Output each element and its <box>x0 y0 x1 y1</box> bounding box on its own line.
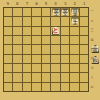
board-cell[interactable] <box>4 27 12 35</box>
board-cell[interactable] <box>70 83 78 91</box>
board-cell[interactable] <box>32 55 40 63</box>
board-cell[interactable] <box>32 73 40 81</box>
file-label: 3 <box>60 0 70 7</box>
board-cell[interactable] <box>80 45 88 53</box>
board-cell[interactable] <box>51 36 59 44</box>
board-cell[interactable] <box>23 64 31 72</box>
board-cell[interactable] <box>23 45 31 53</box>
board-cell[interactable] <box>32 83 40 91</box>
file-label: 5 <box>41 0 51 7</box>
board-cell[interactable] <box>80 83 88 91</box>
board-cell[interactable] <box>42 45 50 53</box>
rank-label: 四 <box>90 35 94 44</box>
board-cell[interactable] <box>61 36 69 44</box>
board-cell[interactable] <box>4 83 12 91</box>
board-cell[interactable] <box>4 17 12 25</box>
board-cell[interactable] <box>32 17 40 25</box>
board-cell[interactable] <box>51 17 59 25</box>
rank-label: 三 <box>90 26 94 35</box>
board-cell[interactable] <box>42 73 50 81</box>
board-cell[interactable] <box>13 27 21 35</box>
board-cell[interactable] <box>61 64 69 72</box>
board-cell[interactable] <box>23 36 31 44</box>
board-cell[interactable] <box>70 73 78 81</box>
board-cell[interactable] <box>61 45 69 53</box>
rank-label: 六 <box>90 54 94 63</box>
board-cell[interactable] <box>4 36 12 44</box>
board-cell[interactable] <box>80 27 88 35</box>
board-cell[interactable] <box>70 55 78 63</box>
file-labels: 987654321 <box>3 0 89 7</box>
board-cell[interactable] <box>70 45 78 53</box>
file-label: 1 <box>80 0 90 7</box>
board-cell[interactable] <box>13 8 21 16</box>
board-cell[interactable] <box>32 36 40 44</box>
board-cell[interactable] <box>42 83 50 91</box>
board-cell[interactable] <box>51 83 59 91</box>
board-cell[interactable] <box>42 8 50 16</box>
board-cell[interactable] <box>80 64 88 72</box>
rank-labels: 一二三四五六七八九 <box>90 7 94 92</box>
board-cell[interactable] <box>51 64 59 72</box>
board-cell[interactable] <box>32 8 40 16</box>
file-label: 2 <box>70 0 80 7</box>
board-cell[interactable] <box>80 73 88 81</box>
board-cell[interactable] <box>13 17 21 25</box>
file-label: 4 <box>51 0 61 7</box>
board-cell[interactable] <box>4 55 12 63</box>
board-cell[interactable] <box>23 17 31 25</box>
board-cell[interactable] <box>32 45 40 53</box>
board-cell[interactable] <box>13 45 21 53</box>
board-cell[interactable] <box>51 73 59 81</box>
board-cell[interactable] <box>61 17 69 25</box>
file-label: 7 <box>22 0 32 7</box>
board-cell[interactable] <box>42 36 50 44</box>
board-cell[interactable] <box>32 64 40 72</box>
rank-label: 七 <box>90 64 94 73</box>
board-cell[interactable] <box>13 73 21 81</box>
file-label: 6 <box>32 0 42 7</box>
board-cell[interactable] <box>42 17 50 25</box>
board-cell[interactable] <box>80 36 88 44</box>
board-cell[interactable] <box>23 83 31 91</box>
board-cell[interactable] <box>80 17 88 25</box>
board-cell[interactable] <box>61 55 69 63</box>
rank-label: 二 <box>90 16 94 25</box>
board-cell[interactable] <box>4 45 12 53</box>
board-cell[interactable] <box>4 8 12 16</box>
board-cell[interactable] <box>23 55 31 63</box>
board-cell[interactable] <box>23 8 31 16</box>
board-cell[interactable] <box>32 27 40 35</box>
board-cell[interactable] <box>13 83 21 91</box>
board-cell[interactable] <box>42 55 50 63</box>
board-cell[interactable] <box>61 83 69 91</box>
board-cell[interactable] <box>70 64 78 72</box>
board-cell[interactable] <box>4 73 12 81</box>
board-cell[interactable] <box>70 36 78 44</box>
shogi-board-view: 金銀 987654321 一二三四五六七八九 金金香玉と <box>0 0 100 100</box>
rank-label: 八 <box>90 73 94 82</box>
board-cell[interactable] <box>13 64 21 72</box>
file-label: 9 <box>3 0 13 7</box>
rank-label: 一 <box>90 7 94 16</box>
board-cell[interactable] <box>13 55 21 63</box>
board-cell[interactable] <box>51 45 59 53</box>
board-cell[interactable] <box>70 27 78 35</box>
board-cell[interactable] <box>23 27 31 35</box>
board-cell[interactable] <box>80 8 88 16</box>
board-cell[interactable] <box>61 73 69 81</box>
file-label: 8 <box>13 0 23 7</box>
board-cell[interactable] <box>42 27 50 35</box>
board-cell[interactable] <box>4 64 12 72</box>
board-cell[interactable] <box>23 73 31 81</box>
rank-label: 九 <box>90 83 94 92</box>
board-cell[interactable] <box>51 55 59 63</box>
rank-label: 五 <box>90 45 94 54</box>
board-cell[interactable] <box>13 36 21 44</box>
board-cell[interactable] <box>80 55 88 63</box>
board-cell[interactable] <box>42 64 50 72</box>
board-cell[interactable] <box>61 27 69 35</box>
